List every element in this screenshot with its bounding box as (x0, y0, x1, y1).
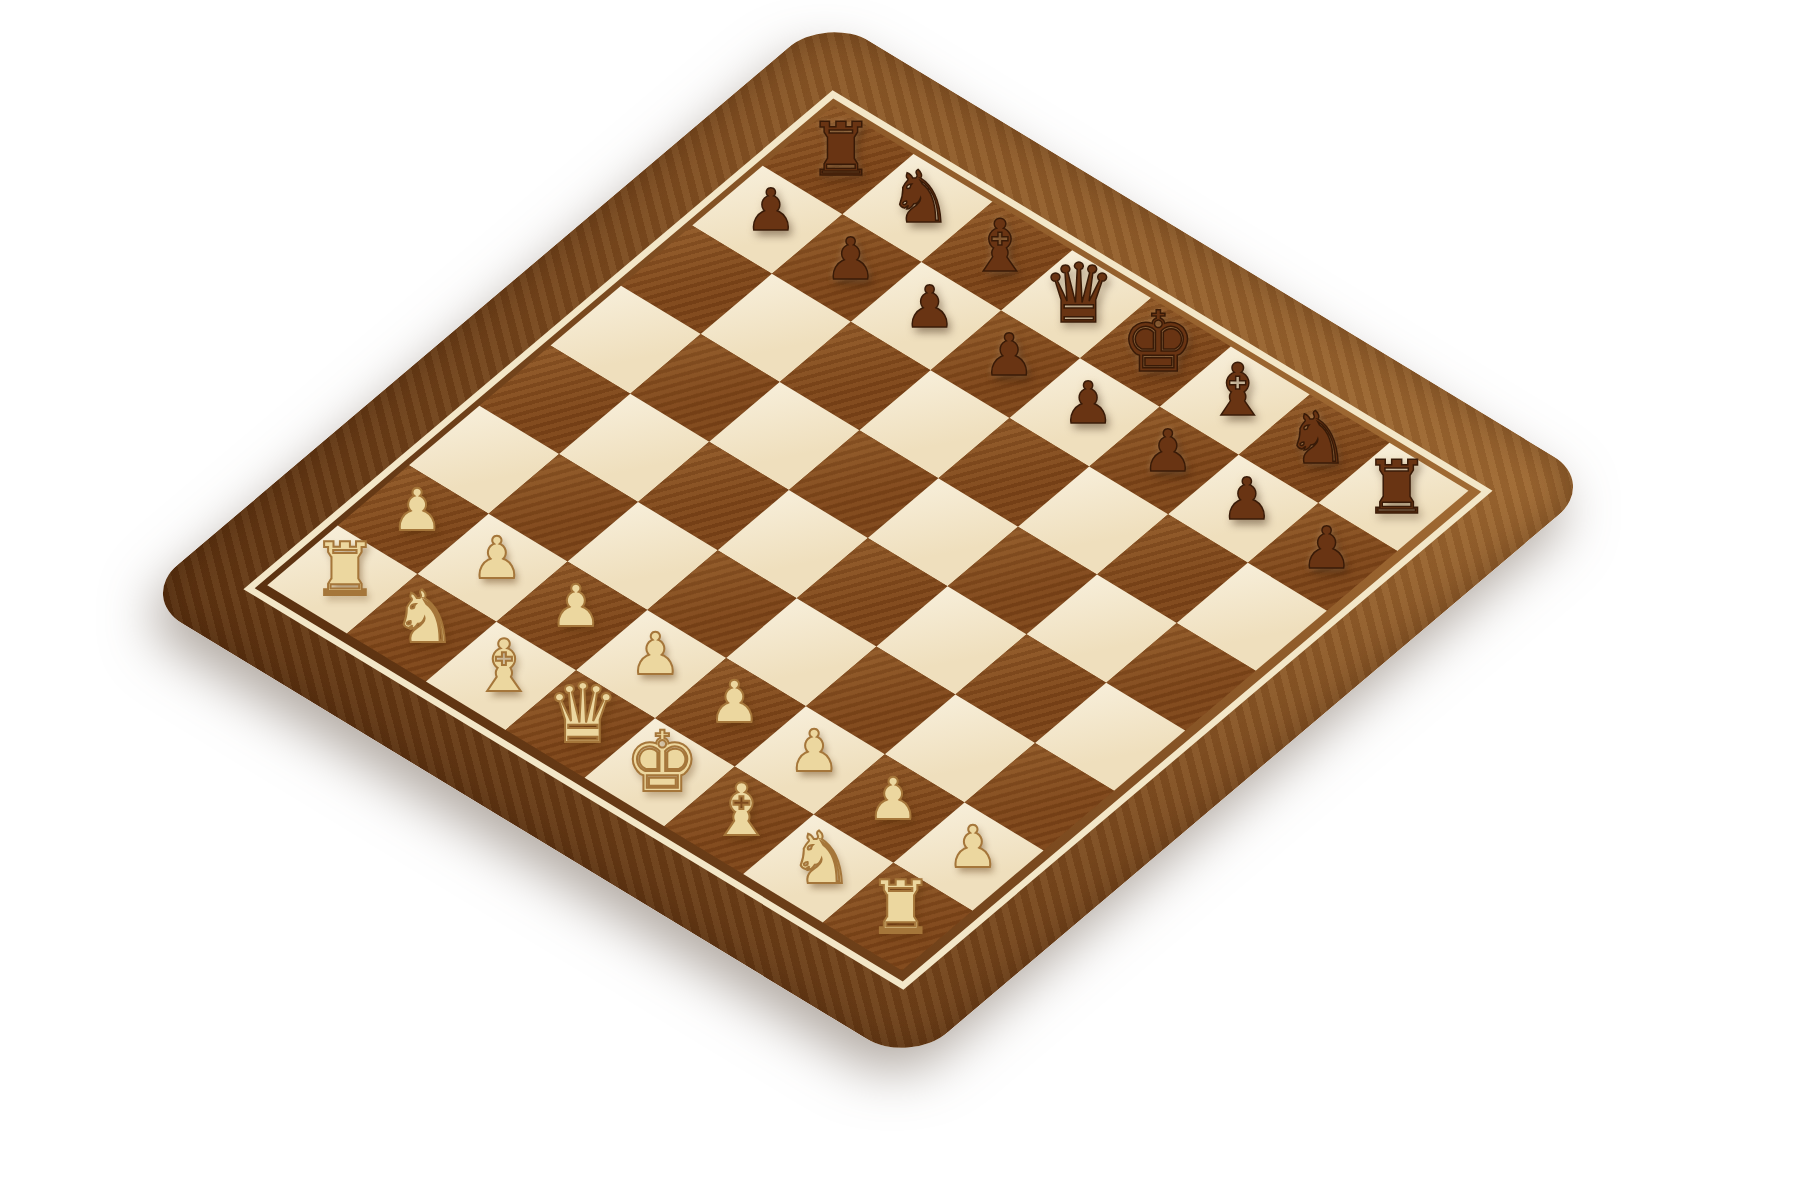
piece-white-pawn: ♟ (788, 722, 840, 780)
chess-board: ♜♞♝♛♚♝♞♜♟♟♟♟♟♟♟♟♟♟♟♟♟♟♟♟♜♞♝♛♚♝♞♜ (139, 15, 1597, 1065)
piece-black-rook: ♜ (1363, 450, 1429, 524)
piece-white-knight: ♞ (789, 822, 854, 894)
piece-white-pawn: ♟ (629, 626, 681, 684)
piece-black-pawn: ♟ (825, 229, 877, 287)
piece-white-pawn: ♟ (709, 674, 761, 732)
piece-black-knight: ♞ (1285, 403, 1350, 475)
piece-white-bishop: ♝ (710, 774, 775, 846)
piece-black-pawn: ♟ (904, 278, 956, 336)
piece-black-pawn: ♟ (745, 181, 797, 239)
piece-white-king: ♚ (624, 719, 699, 803)
piece-black-pawn: ♟ (1063, 374, 1115, 432)
piece-white-pawn: ♟ (867, 770, 919, 828)
piece-white-rook: ♜ (868, 869, 934, 943)
piece-black-bishop: ♝ (1206, 354, 1271, 426)
board-grid: ♜♞♝♛♚♝♞♜♟♟♟♟♟♟♟♟♟♟♟♟♟♟♟♟♜♞♝♛♚♝♞♜ (267, 106, 1468, 971)
board-inlay-line: ♜♞♝♛♚♝♞♜♟♟♟♟♟♟♟♟♟♟♟♟♟♟♟♟♜♞♝♛♚♝♞♜ (243, 90, 1492, 989)
piece-black-king: ♚ (1120, 300, 1195, 384)
piece-black-pawn: ♟ (1221, 470, 1273, 528)
piece-black-knight: ♞ (888, 162, 953, 234)
piece-black-queen: ♛ (1042, 253, 1116, 335)
piece-black-rook: ♜ (808, 113, 874, 187)
piece-white-knight: ♞ (393, 582, 458, 654)
piece-black-bishop: ♝ (968, 210, 1033, 282)
piece-white-pawn: ♟ (471, 529, 523, 587)
piece-white-pawn: ♟ (947, 818, 999, 876)
piece-black-pawn: ♟ (1142, 422, 1194, 480)
piece-white-pawn: ♟ (550, 577, 602, 635)
piece-white-pawn: ♟ (391, 481, 443, 539)
piece-black-pawn: ♟ (1301, 518, 1353, 576)
piece-white-queen: ♛ (546, 672, 620, 754)
piece-white-rook: ♜ (312, 532, 378, 606)
photo-background: ♜♞♝♛♚♝♞♜♟♟♟♟♟♟♟♟♟♟♟♟♟♟♟♟♜♞♝♛♚♝♞♜ (0, 0, 1800, 1200)
piece-white-bishop: ♝ (472, 630, 537, 702)
board-frame: ♜♞♝♛♚♝♞♜♟♟♟♟♟♟♟♟♟♟♟♟♟♟♟♟♜♞♝♛♚♝♞♜ (139, 15, 1597, 1065)
piece-black-pawn: ♟ (983, 326, 1035, 384)
